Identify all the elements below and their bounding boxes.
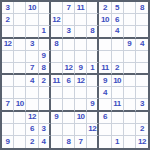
cell-r2c5[interactable]: 12 [51, 14, 63, 26]
cell-r3c8[interactable]: 8 [87, 26, 99, 38]
cell-r4c11[interactable]: 9 [124, 39, 136, 51]
cell-r7c7[interactable]: 12 [75, 75, 87, 87]
cell-r9c8[interactable]: 9 [87, 99, 99, 111]
cell-r11c6[interactable] [63, 124, 75, 136]
cell-r3c5[interactable] [51, 26, 63, 38]
cell-r5c7[interactable] [75, 51, 87, 63]
cell-r6c12[interactable] [136, 63, 148, 75]
cell-r11c9[interactable] [99, 124, 111, 136]
cell-r2c2[interactable] [14, 14, 26, 26]
cell-r10c10[interactable] [112, 112, 124, 124]
cell-r10c6[interactable] [63, 112, 75, 124]
cell-r4c5[interactable]: 8 [51, 39, 63, 51]
cell-r8c12[interactable] [136, 87, 148, 99]
cell-r6c7[interactable]: 9 [75, 63, 87, 75]
cell-r10c11[interactable] [124, 112, 136, 124]
cell-r11c12[interactable]: 2 [136, 124, 148, 136]
cell-r2c12[interactable] [136, 14, 148, 26]
cell-r1c9[interactable]: 2 [99, 2, 111, 14]
cell-r6c3[interactable]: 7 [26, 63, 38, 75]
cell-r3c6[interactable]: 3 [63, 26, 75, 38]
cell-r4c10[interactable] [112, 39, 124, 51]
cell-r8c4[interactable] [39, 87, 51, 99]
cell-r4c4[interactable] [39, 39, 51, 51]
cell-r2c8[interactable] [87, 14, 99, 26]
cell-r6c9[interactable]: 11 [99, 63, 111, 75]
cell-r1c7[interactable]: 11 [75, 2, 87, 14]
cell-r5c1[interactable] [2, 51, 14, 63]
cell-r9c2[interactable]: 10 [14, 99, 26, 111]
cell-r5c8[interactable] [87, 51, 99, 63]
cell-r1c6[interactable]: 7 [63, 2, 75, 14]
cell-r12c7[interactable]: 7 [75, 136, 87, 148]
cell-r11c10[interactable] [112, 124, 124, 136]
cell-r1c4[interactable] [39, 2, 51, 14]
cell-r3c9[interactable] [99, 26, 111, 38]
cell-r7c12[interactable] [136, 75, 148, 87]
cell-r1c11[interactable] [124, 2, 136, 14]
cell-r7c11[interactable] [124, 75, 136, 87]
cell-r7c2[interactable] [14, 75, 26, 87]
cell-r8c7[interactable] [75, 87, 87, 99]
cell-r7c4[interactable]: 2 [39, 75, 51, 87]
cell-r2c9[interactable]: 10 [99, 14, 111, 26]
cell-r12c3[interactable]: 2 [26, 136, 38, 148]
cell-r8c3[interactable] [26, 87, 38, 99]
cell-r9c10[interactable]: 11 [112, 99, 124, 111]
cell-r7c1[interactable] [2, 75, 14, 87]
cell-r3c1[interactable] [2, 26, 14, 38]
cell-r5c3[interactable] [26, 51, 38, 63]
cell-r3c4[interactable]: 1 [39, 26, 51, 38]
cell-r12c9[interactable] [99, 136, 111, 148]
cell-r3c10[interactable]: 4 [112, 26, 124, 38]
cell-r12c12[interactable]: 12 [136, 136, 148, 148]
cell-r2c1[interactable]: 2 [2, 14, 14, 26]
cell-r1c2[interactable] [14, 2, 26, 14]
cell-r10c4[interactable] [39, 112, 51, 124]
cell-r11c4[interactable]: 3 [39, 124, 51, 136]
cell-r5c10[interactable] [112, 51, 124, 63]
cell-r2c10[interactable]: 6 [112, 14, 124, 26]
cell-r4c6[interactable] [63, 39, 75, 51]
cell-r5c2[interactable] [14, 51, 26, 63]
cell-r10c12[interactable] [136, 112, 148, 124]
cell-r6c5[interactable] [51, 63, 63, 75]
cell-r1c8[interactable] [87, 2, 99, 14]
cell-r6c1[interactable] [2, 63, 14, 75]
cell-r1c1[interactable]: 3 [2, 2, 14, 14]
cell-r2c11[interactable] [124, 14, 136, 26]
cell-r8c2[interactable] [14, 87, 26, 99]
cell-r9c6[interactable] [63, 99, 75, 111]
cell-r4c7[interactable] [75, 39, 87, 51]
cell-r4c12[interactable]: 4 [136, 39, 148, 51]
cell-r9c11[interactable] [124, 99, 136, 111]
cell-r8c1[interactable] [2, 87, 14, 99]
cell-r4c8[interactable] [87, 39, 99, 51]
sudoku-board: 3107112582121061384123894978129111242116… [0, 0, 150, 150]
cell-r8c10[interactable] [112, 87, 124, 99]
cell-r8c6[interactable] [63, 87, 75, 99]
cell-r1c12[interactable]: 8 [136, 2, 148, 14]
cell-r11c3[interactable]: 6 [26, 124, 38, 136]
cell-r12c5[interactable] [51, 136, 63, 148]
cell-r9c12[interactable]: 3 [136, 99, 148, 111]
cell-r10c8[interactable] [87, 112, 99, 124]
cell-r12c11[interactable] [124, 136, 136, 148]
cell-r7c6[interactable]: 6 [63, 75, 75, 87]
cell-r8c11[interactable] [124, 87, 136, 99]
cell-r12c6[interactable]: 8 [63, 136, 75, 148]
cell-r3c3[interactable] [26, 26, 38, 38]
cell-r5c4[interactable]: 9 [39, 51, 51, 63]
cell-r9c1[interactable]: 7 [2, 99, 14, 111]
cell-r6c8[interactable]: 1 [87, 63, 99, 75]
cell-r10c1[interactable] [2, 112, 14, 124]
cell-r6c4[interactable]: 8 [39, 63, 51, 75]
cell-r9c4[interactable] [39, 99, 51, 111]
cell-r10c9[interactable]: 6 [99, 112, 111, 124]
cell-r3c7[interactable] [75, 26, 87, 38]
cell-r11c5[interactable] [51, 124, 63, 136]
cell-r2c4[interactable] [39, 14, 51, 26]
cell-r11c2[interactable] [14, 124, 26, 136]
cell-r12c4[interactable]: 4 [39, 136, 51, 148]
cell-r10c3[interactable]: 12 [26, 112, 38, 124]
cell-r5c11[interactable] [124, 51, 136, 63]
cell-r6c6[interactable]: 12 [63, 63, 75, 75]
cell-r5c12[interactable] [136, 51, 148, 63]
cell-r3c12[interactable] [136, 26, 148, 38]
cell-r9c7[interactable] [75, 99, 87, 111]
cell-r6c11[interactable] [124, 63, 136, 75]
cell-r3c11[interactable] [124, 26, 136, 38]
cell-r4c9[interactable] [99, 39, 111, 51]
cell-r6c2[interactable] [14, 63, 26, 75]
cell-r1c5[interactable] [51, 2, 63, 14]
cell-r1c3[interactable]: 10 [26, 2, 38, 14]
cell-r11c1[interactable] [2, 124, 14, 136]
cell-r4c1[interactable]: 12 [2, 39, 14, 51]
cell-r12c2[interactable] [14, 136, 26, 148]
cell-r12c1[interactable]: 9 [2, 136, 14, 148]
cell-r11c8[interactable]: 12 [87, 124, 99, 136]
cell-r9c9[interactable] [99, 99, 111, 111]
cell-r12c10[interactable]: 1 [112, 136, 124, 148]
cell-r7c9[interactable]: 9 [99, 75, 111, 87]
cell-r7c8[interactable] [87, 75, 99, 87]
cell-r2c7[interactable] [75, 14, 87, 26]
cell-r7c10[interactable]: 10 [112, 75, 124, 87]
cell-r2c6[interactable] [63, 14, 75, 26]
cell-r7c5[interactable]: 11 [51, 75, 63, 87]
cell-r11c11[interactable] [124, 124, 136, 136]
cell-r12c8[interactable] [87, 136, 99, 148]
cell-r9c5[interactable] [51, 99, 63, 111]
cell-r2c3[interactable] [26, 14, 38, 26]
cell-r6c10[interactable]: 2 [112, 63, 124, 75]
cell-r1c10[interactable]: 5 [112, 2, 124, 14]
cell-r5c9[interactable] [99, 51, 111, 63]
cell-r10c2[interactable] [14, 112, 26, 124]
cell-r11c7[interactable] [75, 124, 87, 136]
cell-r3c2[interactable] [14, 26, 26, 38]
cell-r5c6[interactable] [63, 51, 75, 63]
cell-r4c2[interactable] [14, 39, 26, 51]
cell-r10c5[interactable]: 9 [51, 112, 63, 124]
cell-r8c9[interactable]: 4 [99, 87, 111, 99]
cell-r9c3[interactable] [26, 99, 38, 111]
cell-r5c5[interactable] [51, 51, 63, 63]
cell-r10c7[interactable]: 10 [75, 112, 87, 124]
cell-r4c3[interactable]: 3 [26, 39, 38, 51]
cell-r8c5[interactable] [51, 87, 63, 99]
cell-r8c8[interactable] [87, 87, 99, 99]
cell-r7c3[interactable]: 4 [26, 75, 38, 87]
